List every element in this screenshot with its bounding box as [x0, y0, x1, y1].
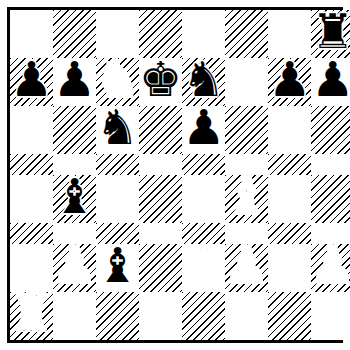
square-g7[interactable]: ♟ — [268, 58, 311, 106]
piece-white-rook-a1[interactable]: ♜♖ — [10, 289, 53, 337]
square-d6[interactable] — [139, 106, 182, 154]
piece-black-pawn-h7[interactable]: ♟ — [311, 55, 350, 103]
square-g6[interactable] — [268, 106, 311, 154]
black-pawn-icon: ♟ — [311, 55, 350, 103]
pawn-fill-backdrop: ♟ — [224, 240, 269, 290]
black-bishop-icon: ♝ — [53, 172, 96, 220]
piece-black-bishop-b4[interactable]: ♝ — [53, 172, 96, 220]
black-knight-icon: ♞ — [96, 103, 139, 151]
bishop-fill-backdrop: ♝ — [224, 288, 269, 338]
piece-black-knight-e7[interactable]: ♞ — [182, 55, 225, 103]
piece-black-pawn-a7[interactable]: ♟ — [10, 55, 53, 103]
black-pawn-icon: ♟ — [53, 55, 96, 103]
square-e2[interactable]: ♚♔ — [182, 244, 225, 292]
piece-black-king-d7[interactable]: ♚ — [139, 55, 182, 103]
piece-black-bishop-c2[interactable]: ♝ — [96, 241, 139, 289]
pawn-fill-backdrop: ♟ — [9, 240, 54, 290]
square-a7[interactable]: ♟ — [10, 58, 53, 106]
pawn-fill-backdrop: ♟ — [267, 240, 312, 290]
piece-black-knight-c6[interactable]: ♞ — [96, 103, 139, 151]
chess-board: ♜♟♟♞♘♚♞♟♟♞♟♝♝♗♟♙♟♙♝♚♔♟♙♟♙♟♙♜♖♝♗♜♖ — [7, 7, 343, 343]
pawn-fill-backdrop: ♟ — [310, 240, 350, 290]
piece-black-pawn-b7[interactable]: ♟ — [53, 55, 96, 103]
square-e4[interactable] — [182, 175, 225, 223]
square-e1[interactable] — [182, 292, 225, 340]
pawn-fill-backdrop: ♟ — [52, 240, 97, 290]
square-b1[interactable] — [53, 292, 96, 340]
black-bishop-icon: ♝ — [96, 241, 139, 289]
square-a4[interactable] — [10, 175, 53, 223]
square-h5[interactable] — [311, 154, 350, 175]
square-g4[interactable] — [268, 175, 311, 223]
square-b4[interactable]: ♝ — [53, 175, 96, 223]
black-king-icon: ♚ — [139, 55, 182, 103]
black-pawn-icon: ♟ — [10, 55, 53, 103]
square-c6[interactable]: ♞ — [96, 106, 139, 154]
square-g1[interactable] — [268, 292, 311, 340]
piece-white-pawn-b2[interactable]: ♟♙ — [53, 241, 96, 289]
square-a1[interactable]: ♜♖ — [10, 292, 53, 340]
square-c1[interactable] — [96, 292, 139, 340]
king-fill-backdrop: ♚ — [181, 240, 226, 290]
square-e5[interactable] — [182, 154, 225, 175]
black-rook-icon: ♜ — [311, 7, 350, 55]
square-f6[interactable] — [225, 106, 268, 154]
piece-white-pawn-h2[interactable]: ♟♙ — [311, 241, 350, 289]
square-d1[interactable] — [139, 292, 182, 340]
piece-black-rook-h8[interactable]: ♜ — [311, 7, 350, 55]
piece-black-pawn-g7[interactable]: ♟ — [268, 55, 311, 103]
piece-white-pawn-a2[interactable]: ♟♙ — [10, 241, 53, 289]
piece-white-rook-h1[interactable]: ♜♖ — [311, 289, 350, 337]
square-h6[interactable] — [311, 106, 350, 154]
black-knight-icon: ♞ — [182, 55, 225, 103]
bishop-fill-backdrop: ♝ — [224, 171, 269, 221]
piece-white-king-e2[interactable]: ♚♔ — [182, 241, 225, 289]
square-g5[interactable] — [268, 154, 311, 175]
square-f1[interactable]: ♝♗ — [225, 292, 268, 340]
square-h4[interactable] — [311, 175, 350, 223]
square-e6[interactable]: ♟ — [182, 106, 225, 154]
black-pawn-icon: ♟ — [268, 55, 311, 103]
square-d2[interactable] — [139, 244, 182, 292]
piece-white-pawn-g2[interactable]: ♟♙ — [268, 241, 311, 289]
square-a5[interactable] — [10, 154, 53, 175]
square-b2[interactable]: ♟♙ — [53, 244, 96, 292]
rook-fill-backdrop: ♜ — [9, 288, 54, 338]
square-g2[interactable]: ♟♙ — [268, 244, 311, 292]
piece-white-pawn-f2[interactable]: ♟♙ — [225, 241, 268, 289]
square-f8[interactable] — [225, 10, 268, 58]
square-d7[interactable]: ♚ — [139, 58, 182, 106]
piece-black-pawn-e6[interactable]: ♟ — [182, 103, 225, 151]
square-c5[interactable] — [96, 154, 139, 175]
black-pawn-icon: ♟ — [182, 103, 225, 151]
square-d4[interactable] — [139, 175, 182, 223]
knight-fill-backdrop: ♞ — [95, 54, 140, 104]
square-h7[interactable]: ♟ — [311, 58, 350, 106]
chess-diagram: ♜♟♟♞♘♚♞♟♟♞♟♝♝♗♟♙♟♙♝♚♔♟♙♟♙♟♙♜♖♝♗♜♖ — [0, 0, 350, 350]
square-f7[interactable] — [225, 58, 268, 106]
square-a6[interactable] — [10, 106, 53, 154]
square-f4[interactable]: ♝♗ — [225, 175, 268, 223]
square-d3[interactable] — [139, 223, 182, 244]
square-c4[interactable] — [96, 175, 139, 223]
rook-fill-backdrop: ♜ — [310, 288, 350, 338]
square-h1[interactable]: ♜♖ — [311, 292, 350, 340]
piece-white-knight-c7[interactable]: ♞♘ — [96, 55, 139, 103]
square-d5[interactable] — [139, 154, 182, 175]
square-b7[interactable]: ♟ — [53, 58, 96, 106]
piece-white-bishop-f4[interactable]: ♝♗ — [225, 172, 268, 220]
square-c2[interactable]: ♝ — [96, 244, 139, 292]
piece-white-bishop-f1[interactable]: ♝♗ — [225, 289, 268, 337]
square-b6[interactable] — [53, 106, 96, 154]
